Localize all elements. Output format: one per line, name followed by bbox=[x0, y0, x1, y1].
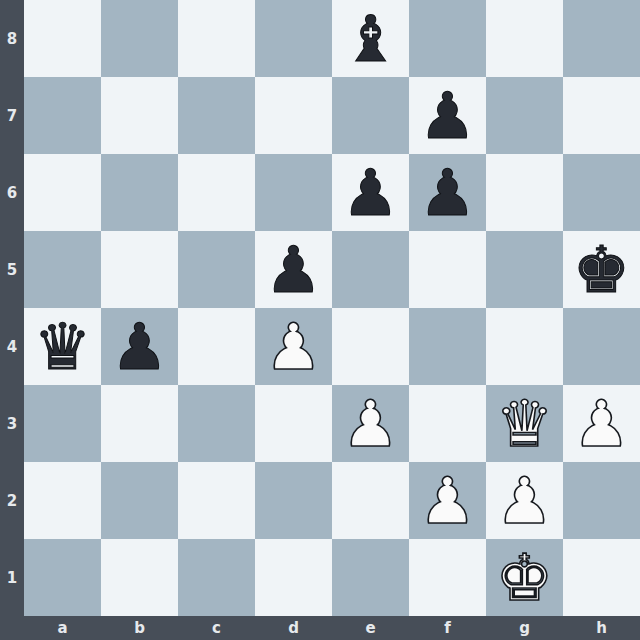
square-a6[interactable] bbox=[24, 154, 101, 231]
square-d1[interactable] bbox=[255, 539, 332, 616]
piece-white-king[interactable]: ♚ bbox=[486, 539, 563, 616]
file-label: d bbox=[255, 616, 332, 640]
file-label: e bbox=[332, 616, 409, 640]
square-c2[interactable] bbox=[178, 462, 255, 539]
file-label: c bbox=[178, 616, 255, 640]
piece-black-pawn[interactable]: ♟ bbox=[409, 154, 486, 231]
square-f4[interactable] bbox=[409, 308, 486, 385]
square-f5[interactable] bbox=[409, 231, 486, 308]
rank-label: 4 bbox=[0, 308, 24, 385]
square-d7[interactable] bbox=[255, 77, 332, 154]
square-h3[interactable]: ♟ bbox=[563, 385, 640, 462]
square-b3[interactable] bbox=[101, 385, 178, 462]
square-f2[interactable]: ♟ bbox=[409, 462, 486, 539]
square-h7[interactable] bbox=[563, 77, 640, 154]
piece-black-bishop[interactable]: ♝ bbox=[332, 0, 409, 77]
piece-white-pawn[interactable]: ♟ bbox=[255, 308, 332, 385]
file-label: h bbox=[563, 616, 640, 640]
square-b1[interactable] bbox=[101, 539, 178, 616]
file-label: f bbox=[409, 616, 486, 640]
square-d5[interactable]: ♟ bbox=[255, 231, 332, 308]
file-label: a bbox=[24, 616, 101, 640]
square-e3[interactable]: ♟ bbox=[332, 385, 409, 462]
square-e6[interactable]: ♟ bbox=[332, 154, 409, 231]
square-a2[interactable] bbox=[24, 462, 101, 539]
square-d3[interactable] bbox=[255, 385, 332, 462]
square-h8[interactable] bbox=[563, 0, 640, 77]
square-d6[interactable] bbox=[255, 154, 332, 231]
square-a5[interactable] bbox=[24, 231, 101, 308]
square-d8[interactable] bbox=[255, 0, 332, 77]
square-g5[interactable] bbox=[486, 231, 563, 308]
square-e4[interactable] bbox=[332, 308, 409, 385]
square-b6[interactable] bbox=[101, 154, 178, 231]
square-f7[interactable]: ♟ bbox=[409, 77, 486, 154]
piece-black-king[interactable]: ♚ bbox=[563, 231, 640, 308]
square-b8[interactable] bbox=[101, 0, 178, 77]
square-f1[interactable] bbox=[409, 539, 486, 616]
piece-white-pawn[interactable]: ♟ bbox=[486, 462, 563, 539]
piece-black-queen[interactable]: ♛ bbox=[24, 308, 101, 385]
piece-white-pawn[interactable]: ♟ bbox=[332, 385, 409, 462]
rank-label: 1 bbox=[0, 539, 24, 616]
square-f3[interactable] bbox=[409, 385, 486, 462]
square-g4[interactable] bbox=[486, 308, 563, 385]
square-h5[interactable]: ♚ bbox=[563, 231, 640, 308]
square-c7[interactable] bbox=[178, 77, 255, 154]
square-h6[interactable] bbox=[563, 154, 640, 231]
square-d4[interactable]: ♟ bbox=[255, 308, 332, 385]
board: ♝♟♟♟♟♚♛♟♟♟♛♟♟♟♚ bbox=[24, 0, 640, 616]
square-d2[interactable] bbox=[255, 462, 332, 539]
square-b5[interactable] bbox=[101, 231, 178, 308]
square-g8[interactable] bbox=[486, 0, 563, 77]
square-h4[interactable] bbox=[563, 308, 640, 385]
piece-black-pawn[interactable]: ♟ bbox=[255, 231, 332, 308]
square-e7[interactable] bbox=[332, 77, 409, 154]
piece-black-pawn[interactable]: ♟ bbox=[101, 308, 178, 385]
square-e1[interactable] bbox=[332, 539, 409, 616]
piece-white-pawn[interactable]: ♟ bbox=[563, 385, 640, 462]
square-f8[interactable] bbox=[409, 0, 486, 77]
square-a8[interactable] bbox=[24, 0, 101, 77]
square-b2[interactable] bbox=[101, 462, 178, 539]
square-b7[interactable] bbox=[101, 77, 178, 154]
piece-black-pawn[interactable]: ♟ bbox=[332, 154, 409, 231]
rank-label: 3 bbox=[0, 385, 24, 462]
square-a7[interactable] bbox=[24, 77, 101, 154]
square-a3[interactable] bbox=[24, 385, 101, 462]
rank-label: 2 bbox=[0, 462, 24, 539]
square-c3[interactable] bbox=[178, 385, 255, 462]
square-a1[interactable] bbox=[24, 539, 101, 616]
chess-board-frame: 8 7 6 5 4 3 2 1 ♝♟♟♟♟♚♛♟♟♟♛♟♟♟♚ a b c d … bbox=[0, 0, 640, 640]
square-g6[interactable] bbox=[486, 154, 563, 231]
rank-label: 5 bbox=[0, 231, 24, 308]
rank-label: 8 bbox=[0, 0, 24, 77]
square-g1[interactable]: ♚ bbox=[486, 539, 563, 616]
file-labels: a b c d e f g h bbox=[24, 616, 640, 640]
square-b4[interactable]: ♟ bbox=[101, 308, 178, 385]
square-c1[interactable] bbox=[178, 539, 255, 616]
file-label: b bbox=[101, 616, 178, 640]
square-h1[interactable] bbox=[563, 539, 640, 616]
rank-labels: 8 7 6 5 4 3 2 1 bbox=[0, 0, 24, 616]
piece-white-pawn[interactable]: ♟ bbox=[409, 462, 486, 539]
square-g2[interactable]: ♟ bbox=[486, 462, 563, 539]
square-c6[interactable] bbox=[178, 154, 255, 231]
rank-label: 7 bbox=[0, 77, 24, 154]
square-a4[interactable]: ♛ bbox=[24, 308, 101, 385]
square-g7[interactable] bbox=[486, 77, 563, 154]
square-h2[interactable] bbox=[563, 462, 640, 539]
square-f6[interactable]: ♟ bbox=[409, 154, 486, 231]
square-e5[interactable] bbox=[332, 231, 409, 308]
piece-black-pawn[interactable]: ♟ bbox=[409, 77, 486, 154]
square-g3[interactable]: ♛ bbox=[486, 385, 563, 462]
piece-white-queen[interactable]: ♛ bbox=[486, 385, 563, 462]
square-e2[interactable] bbox=[332, 462, 409, 539]
file-label: g bbox=[486, 616, 563, 640]
square-e8[interactable]: ♝ bbox=[332, 0, 409, 77]
rank-label: 6 bbox=[0, 154, 24, 231]
square-c8[interactable] bbox=[178, 0, 255, 77]
square-c4[interactable] bbox=[178, 308, 255, 385]
square-c5[interactable] bbox=[178, 231, 255, 308]
